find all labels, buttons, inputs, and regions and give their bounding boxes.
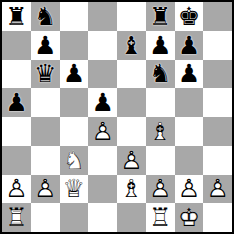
white-rook-icon: ♖ [2, 203, 31, 232]
square-g2[interactable]: ♟♙ [175, 175, 204, 204]
square-a8[interactable]: ♜ [2, 2, 31, 31]
square-f1[interactable]: ♜♖ [146, 203, 175, 232]
black-pawn-icon: ♟ [88, 88, 117, 117]
square-a7[interactable] [2, 31, 31, 60]
square-f4[interactable]: ♝♗ [146, 117, 175, 146]
square-d5[interactable]: ♟ [88, 88, 117, 117]
square-c7[interactable] [60, 31, 89, 60]
square-b5[interactable] [31, 88, 60, 117]
piece-white-pawn[interactable]: ♟♙ [203, 175, 232, 204]
square-e4[interactable] [117, 117, 146, 146]
black-queen-icon: ♛ [31, 60, 60, 89]
square-d6[interactable] [88, 60, 117, 89]
square-a6[interactable] [2, 60, 31, 89]
square-a3[interactable] [2, 146, 31, 175]
square-d3[interactable] [88, 146, 117, 175]
square-g3[interactable] [175, 146, 204, 175]
black-pawn-icon: ♟ [31, 31, 60, 60]
square-d1[interactable] [88, 203, 117, 232]
white-pawn-icon: ♙ [146, 175, 175, 204]
square-c8[interactable] [60, 2, 89, 31]
white-bishop-icon: ♗ [146, 117, 175, 146]
piece-white-pawn[interactable]: ♟♙ [175, 175, 204, 204]
white-pawn-icon: ♙ [2, 175, 31, 204]
white-pawn-icon: ♙ [31, 175, 60, 204]
white-pawn-icon: ♙ [203, 175, 232, 204]
square-g6[interactable]: ♟ [175, 60, 204, 89]
square-f5[interactable] [146, 88, 175, 117]
chess-board: ♜♞♜♚♟♝♟♟♛♟♞♟♟♟♟♙♝♗♞♘♟♙♟♙♟♙♛♕♝♗♟♙♟♙♟♙♜♖♜♖… [0, 0, 234, 234]
piece-black-pawn[interactable]: ♟ [175, 31, 204, 60]
square-g4[interactable] [175, 117, 204, 146]
black-pawn-icon: ♟ [146, 31, 175, 60]
square-a2[interactable]: ♟♙ [2, 175, 31, 204]
black-rook-icon: ♜ [2, 2, 31, 31]
white-pawn-icon: ♙ [175, 175, 204, 204]
square-c6[interactable]: ♟ [60, 60, 89, 89]
square-b6[interactable]: ♛ [31, 60, 60, 89]
black-rook-icon: ♜ [146, 2, 175, 31]
square-e3[interactable]: ♟♙ [117, 146, 146, 175]
square-h8[interactable] [203, 2, 232, 31]
square-a4[interactable] [2, 117, 31, 146]
piece-white-pawn[interactable]: ♟♙ [31, 175, 60, 204]
piece-black-pawn[interactable]: ♟ [175, 60, 204, 89]
square-a1[interactable]: ♜♖ [2, 203, 31, 232]
square-c3[interactable]: ♞♘ [60, 146, 89, 175]
square-d4[interactable]: ♟♙ [88, 117, 117, 146]
square-h4[interactable] [203, 117, 232, 146]
white-queen-icon: ♕ [60, 175, 89, 204]
square-f2[interactable]: ♟♙ [146, 175, 175, 204]
square-f6[interactable]: ♞ [146, 60, 175, 89]
black-pawn-icon: ♟ [60, 60, 89, 89]
piece-black-queen[interactable]: ♛ [31, 60, 60, 89]
square-c5[interactable] [60, 88, 89, 117]
square-h3[interactable] [203, 146, 232, 175]
piece-white-pawn[interactable]: ♟♙ [117, 146, 146, 175]
square-h2[interactable]: ♟♙ [203, 175, 232, 204]
square-g1[interactable]: ♚♔ [175, 203, 204, 232]
white-bishop-icon: ♗ [117, 175, 146, 204]
white-rook-icon: ♖ [146, 203, 175, 232]
square-e1[interactable] [117, 203, 146, 232]
square-h6[interactable] [203, 60, 232, 89]
piece-white-bishop[interactable]: ♝♗ [146, 117, 175, 146]
square-d7[interactable] [88, 31, 117, 60]
piece-white-queen[interactable]: ♛♕ [60, 175, 89, 204]
white-pawn-icon: ♙ [88, 117, 117, 146]
black-king-icon: ♚ [175, 2, 204, 31]
square-e5[interactable] [117, 88, 146, 117]
square-f7[interactable]: ♟ [146, 31, 175, 60]
square-b8[interactable]: ♞ [31, 2, 60, 31]
square-e6[interactable] [117, 60, 146, 89]
square-f8[interactable]: ♜ [146, 2, 175, 31]
square-g5[interactable] [175, 88, 204, 117]
white-pawn-icon: ♙ [117, 146, 146, 175]
piece-white-rook[interactable]: ♜♖ [146, 203, 175, 232]
piece-black-bishop[interactable]: ♝ [117, 31, 146, 60]
square-h5[interactable] [203, 88, 232, 117]
black-pawn-icon: ♟ [175, 60, 204, 89]
piece-black-pawn[interactable]: ♟ [146, 31, 175, 60]
piece-white-knight[interactable]: ♞♘ [60, 146, 89, 175]
square-c2[interactable]: ♛♕ [60, 175, 89, 204]
piece-black-rook[interactable]: ♜ [2, 2, 31, 31]
square-h7[interactable] [203, 31, 232, 60]
white-knight-icon: ♘ [60, 146, 89, 175]
black-knight-icon: ♞ [31, 2, 60, 31]
square-b1[interactable] [31, 203, 60, 232]
square-b3[interactable] [31, 146, 60, 175]
square-d2[interactable] [88, 175, 117, 204]
square-h1[interactable] [203, 203, 232, 232]
piece-black-knight[interactable]: ♞ [146, 60, 175, 89]
square-e2[interactable]: ♝♗ [117, 175, 146, 204]
piece-black-rook[interactable]: ♜ [146, 2, 175, 31]
piece-white-pawn[interactable]: ♟♙ [146, 175, 175, 204]
piece-black-pawn[interactable]: ♟ [2, 88, 31, 117]
square-c4[interactable] [60, 117, 89, 146]
piece-white-pawn[interactable]: ♟♙ [2, 175, 31, 204]
square-g8[interactable]: ♚ [175, 2, 204, 31]
square-c1[interactable] [60, 203, 89, 232]
white-king-icon: ♔ [175, 203, 204, 232]
piece-black-pawn[interactable]: ♟ [60, 60, 89, 89]
square-b7[interactable]: ♟ [31, 31, 60, 60]
square-f3[interactable] [146, 146, 175, 175]
piece-black-king[interactable]: ♚ [175, 2, 204, 31]
piece-black-pawn[interactable]: ♟ [31, 31, 60, 60]
square-g7[interactable]: ♟ [175, 31, 204, 60]
piece-white-king[interactable]: ♚♔ [175, 203, 204, 232]
piece-black-knight[interactable]: ♞ [31, 2, 60, 31]
piece-black-pawn[interactable]: ♟ [88, 88, 117, 117]
square-d8[interactable] [88, 2, 117, 31]
piece-white-pawn[interactable]: ♟♙ [88, 117, 117, 146]
square-b4[interactable] [31, 117, 60, 146]
black-pawn-icon: ♟ [2, 88, 31, 117]
piece-white-rook[interactable]: ♜♖ [2, 203, 31, 232]
black-knight-icon: ♞ [146, 60, 175, 89]
black-pawn-icon: ♟ [175, 31, 204, 60]
square-b2[interactable]: ♟♙ [31, 175, 60, 204]
square-e8[interactable] [117, 2, 146, 31]
black-bishop-icon: ♝ [117, 31, 146, 60]
square-a5[interactable]: ♟ [2, 88, 31, 117]
square-e7[interactable]: ♝ [117, 31, 146, 60]
piece-white-bishop[interactable]: ♝♗ [117, 175, 146, 204]
